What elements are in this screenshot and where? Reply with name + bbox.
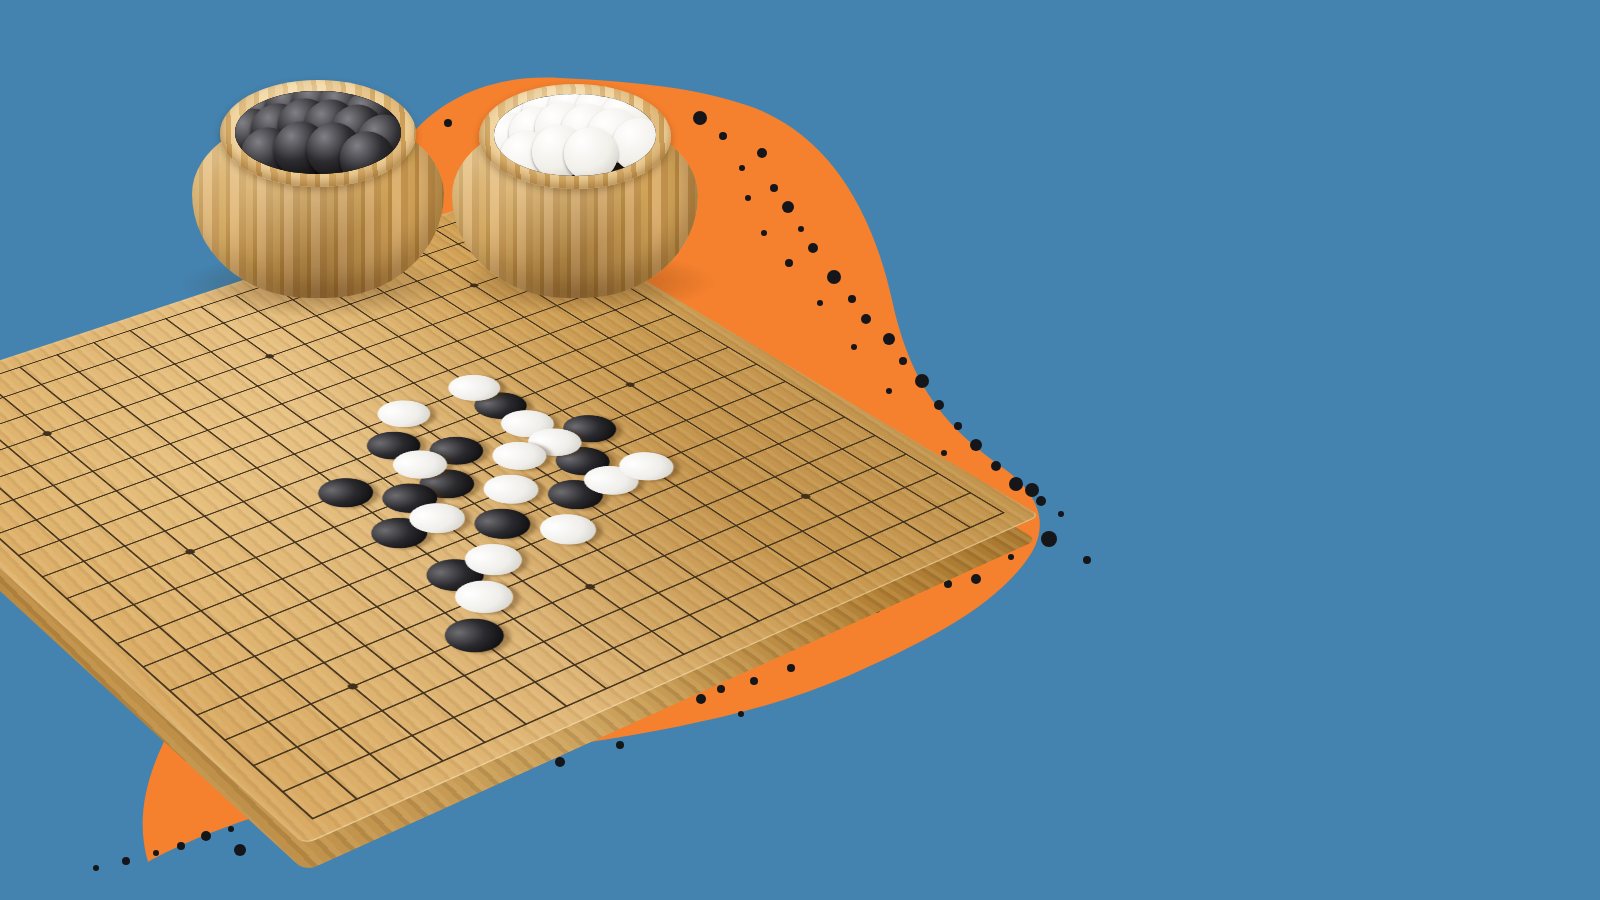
- stone-bowl-black: [192, 80, 444, 298]
- star-point: [183, 548, 196, 555]
- star-point: [624, 382, 636, 388]
- bowl-rim: [479, 84, 671, 189]
- white-stone: [472, 469, 549, 510]
- bowl-opening: [235, 91, 400, 174]
- star-point: [799, 493, 812, 500]
- star-point: [583, 583, 597, 591]
- star-point: [346, 682, 360, 690]
- black-stone: [463, 503, 542, 545]
- scene-background: { "game": "go", "board": { "size": 19, "…: [0, 0, 1600, 900]
- bowl-rim: [220, 80, 417, 187]
- star-point: [264, 353, 276, 359]
- bowl-stone-white: [564, 126, 618, 176]
- stone-bowl-white: [452, 84, 698, 298]
- black-stone: [433, 612, 516, 659]
- black-stone: [307, 472, 384, 513]
- white-stone: [367, 395, 441, 432]
- bowl-stone-white: [612, 118, 655, 172]
- star-point: [41, 430, 53, 436]
- bowl-opening: [494, 94, 655, 176]
- white-stone: [529, 508, 608, 550]
